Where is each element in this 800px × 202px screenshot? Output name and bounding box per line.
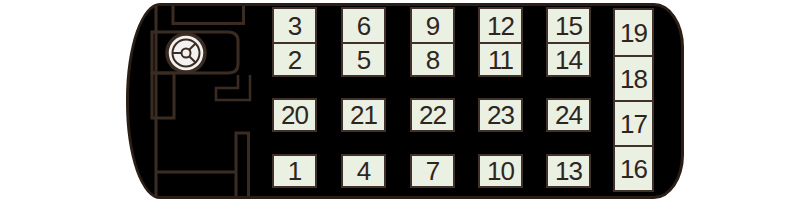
bus-seat-map: 3 2 6 5 9 8 12 11 15 14 20 21 22 23 24 (0, 0, 800, 202)
seat-pair-9-8: 9 8 (410, 7, 455, 77)
seat-number: 24 (555, 102, 582, 128)
seat-pair-12-11: 12 11 (478, 7, 523, 77)
seat-6[interactable]: 6 (343, 9, 384, 42)
door-handrail (216, 75, 250, 100)
seat-20[interactable]: 20 (272, 98, 317, 132)
seat-18[interactable]: 18 (615, 55, 652, 100)
seat-15[interactable]: 15 (548, 9, 589, 42)
seat-21[interactable]: 21 (341, 98, 386, 132)
seat-16[interactable]: 16 (615, 145, 652, 190)
seat-22[interactable]: 22 (410, 98, 455, 132)
seat-number: 16 (620, 156, 647, 182)
seat-pair-6-5: 6 5 (341, 7, 386, 77)
seat-11[interactable]: 11 (480, 42, 521, 75)
bus-interior-lines (129, 6, 681, 196)
seat-pair-15-14: 15 14 (546, 7, 591, 77)
seat-5[interactable]: 5 (343, 42, 384, 75)
seat-number: 4 (357, 158, 370, 184)
seat-number: 15 (555, 13, 582, 39)
seat-13[interactable]: 13 (546, 154, 591, 188)
seat-24[interactable]: 24 (546, 98, 591, 132)
seat-number: 23 (487, 102, 514, 128)
seat-number: 7 (426, 158, 439, 184)
seat-3[interactable]: 3 (274, 9, 315, 42)
seat-number: 11 (488, 47, 513, 73)
seat-17[interactable]: 17 (615, 100, 652, 145)
seat-number: 13 (555, 158, 582, 184)
rear-bench-column: 19 18 17 16 (613, 8, 654, 192)
seat-number: 18 (620, 66, 647, 92)
door-step-outline (236, 133, 249, 196)
seat-8[interactable]: 8 (412, 42, 453, 75)
seat-pair-3-2: 3 2 (272, 7, 317, 77)
seat-number: 20 (281, 102, 308, 128)
seat-number: 21 (350, 102, 377, 128)
seat-19[interactable]: 19 (615, 10, 652, 55)
steering-wheel-icon (167, 34, 205, 72)
seat-number: 14 (555, 47, 582, 73)
seat-number: 5 (357, 47, 370, 73)
bus-body: 3 2 6 5 9 8 12 11 15 14 20 21 22 23 24 (126, 3, 684, 199)
seat-number: 12 (487, 13, 514, 39)
seat-14[interactable]: 14 (548, 42, 589, 75)
seat-number: 2 (288, 47, 301, 73)
seat-number: 9 (426, 13, 439, 39)
seat-number: 1 (288, 158, 301, 184)
seat-number: 17 (620, 111, 647, 137)
dashboard-outline (173, 6, 244, 24)
seat-10[interactable]: 10 (478, 154, 523, 188)
seat-number: 3 (288, 13, 301, 39)
seat-12[interactable]: 12 (480, 9, 521, 42)
seat-2[interactable]: 2 (274, 42, 315, 75)
seat-number: 10 (487, 158, 514, 184)
seat-number: 22 (419, 102, 446, 128)
seat-number: 8 (426, 47, 439, 73)
seat-number: 6 (357, 13, 370, 39)
seat-23[interactable]: 23 (478, 98, 523, 132)
seat-9[interactable]: 9 (412, 9, 453, 42)
seat-number: 19 (620, 20, 647, 46)
seat-4[interactable]: 4 (341, 154, 386, 188)
seat-7[interactable]: 7 (410, 154, 455, 188)
seat-1[interactable]: 1 (272, 154, 317, 188)
